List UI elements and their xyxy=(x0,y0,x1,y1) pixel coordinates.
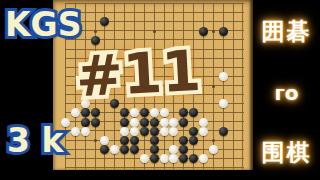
black-stone xyxy=(150,118,159,127)
white-stone xyxy=(120,127,129,136)
black-stone xyxy=(120,145,129,154)
black-stone xyxy=(219,127,228,136)
platform-label: KGS KGS xyxy=(5,8,81,41)
white-stone xyxy=(71,127,80,136)
white-stone xyxy=(130,127,139,136)
bottom-black-strip xyxy=(53,170,253,180)
white-stone xyxy=(140,154,149,163)
black-stone xyxy=(120,136,129,145)
black-stone xyxy=(140,118,149,127)
white-stone xyxy=(160,154,169,163)
black-stone xyxy=(189,154,198,163)
white-stone xyxy=(199,118,208,127)
white-stone xyxy=(219,99,228,108)
platform-label-text: KGS xyxy=(5,8,81,41)
black-stone xyxy=(150,145,159,154)
white-stone xyxy=(81,127,90,136)
rank-label-text: 3 k xyxy=(7,124,63,157)
black-stone xyxy=(150,136,159,145)
white-stone xyxy=(219,72,228,81)
black-stone xyxy=(130,145,139,154)
white-stone xyxy=(209,145,218,154)
white-stone xyxy=(160,127,169,136)
white-stone xyxy=(169,118,178,127)
white-stone xyxy=(160,118,169,127)
black-stone xyxy=(120,118,129,127)
video-thumbnail: KGS KGS #11 #11 3 k 3 k 囲碁 го 围棋 xyxy=(0,0,320,180)
black-stone xyxy=(199,27,208,36)
black-stone xyxy=(179,136,188,145)
black-stone xyxy=(179,118,188,127)
black-stone xyxy=(189,136,198,145)
black-stone xyxy=(140,127,149,136)
go-word-chinese: 围棋 xyxy=(253,137,320,168)
rank-label: 3 k 3 k xyxy=(7,124,63,157)
episode-number-text: #11 xyxy=(75,43,203,105)
black-stone xyxy=(219,27,228,36)
go-word-japanese: 囲碁 xyxy=(253,16,320,47)
go-word-russian: го xyxy=(253,81,320,105)
white-stone xyxy=(160,108,169,117)
black-stone xyxy=(91,118,100,127)
white-stone xyxy=(199,154,208,163)
black-stone xyxy=(91,108,100,117)
black-stone xyxy=(150,154,159,163)
black-stone xyxy=(130,136,139,145)
black-stone xyxy=(81,118,90,127)
white-stone xyxy=(199,127,208,136)
black-stone xyxy=(189,127,198,136)
episode-number-label: #11 #11 xyxy=(75,43,203,105)
white-stone xyxy=(130,118,139,127)
black-stone xyxy=(150,127,159,136)
